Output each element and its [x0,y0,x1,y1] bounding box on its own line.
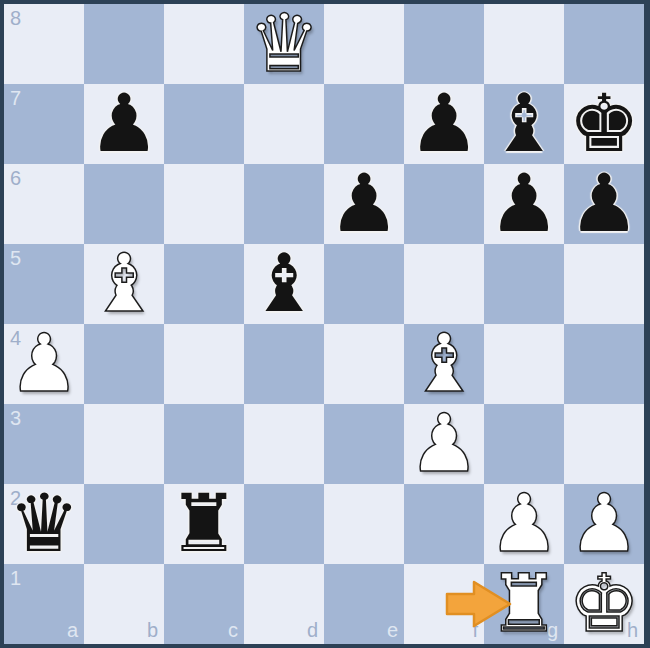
rank-label-8: 8 [10,7,21,30]
square-c3[interactable] [164,404,244,484]
file-label-a: a [67,619,78,642]
square-g7[interactable]: ♝ [484,84,564,164]
file-label-b: b [147,619,158,642]
rank-label-3: 3 [10,407,21,430]
square-b3[interactable] [84,404,164,484]
chessboard-frame: 8♛7♟♟♝♚6♟♟♟5♝♝4♟♝3♟2♛♜♟♟1abcdefg♜h♚ [0,0,650,648]
square-e2[interactable] [324,484,404,564]
square-f8[interactable] [404,4,484,84]
square-c7[interactable] [164,84,244,164]
file-label-d: d [307,619,318,642]
square-a2[interactable]: 2♛ [4,484,84,564]
square-d8[interactable]: ♛ [244,4,324,84]
square-a4[interactable]: 4♟ [4,324,84,404]
file-label-c: c [228,619,238,642]
black-bishop[interactable]: ♝ [484,84,564,164]
square-g3[interactable] [484,404,564,484]
square-e7[interactable] [324,84,404,164]
square-c5[interactable] [164,244,244,324]
square-h7[interactable]: ♚ [564,84,644,164]
rank-label-6: 6 [10,167,21,190]
square-e8[interactable] [324,4,404,84]
square-h2[interactable]: ♟ [564,484,644,564]
square-f4[interactable]: ♝ [404,324,484,404]
square-b1[interactable]: b [84,564,164,644]
square-g8[interactable] [484,4,564,84]
black-king[interactable]: ♚ [564,84,644,164]
file-label-e: e [387,619,398,642]
square-d1[interactable]: d [244,564,324,644]
rank-label-5: 5 [10,247,21,270]
square-d4[interactable] [244,324,324,404]
square-h4[interactable] [564,324,644,404]
square-f6[interactable] [404,164,484,244]
square-a5[interactable]: 5 [4,244,84,324]
square-d5[interactable]: ♝ [244,244,324,324]
black-bishop[interactable]: ♝ [244,244,324,324]
black-rook[interactable]: ♜ [164,484,244,564]
white-queen[interactable]: ♛ [244,4,324,84]
square-a7[interactable]: 7 [4,84,84,164]
black-queen[interactable]: ♛ [4,484,84,564]
square-a8[interactable]: 8 [4,4,84,84]
square-h8[interactable] [564,4,644,84]
square-c2[interactable]: ♜ [164,484,244,564]
square-e1[interactable]: e [324,564,404,644]
square-b6[interactable] [84,164,164,244]
square-b8[interactable] [84,4,164,84]
square-a3[interactable]: 3 [4,404,84,484]
square-d7[interactable] [244,84,324,164]
square-c8[interactable] [164,4,244,84]
white-pawn[interactable]: ♟ [564,484,644,564]
square-g4[interactable] [484,324,564,404]
square-a6[interactable]: 6 [4,164,84,244]
square-d6[interactable] [244,164,324,244]
square-e6[interactable]: ♟ [324,164,404,244]
square-b2[interactable] [84,484,164,564]
white-pawn[interactable]: ♟ [4,324,84,404]
square-c1[interactable]: c [164,564,244,644]
square-f7[interactable]: ♟ [404,84,484,164]
square-c4[interactable] [164,324,244,404]
square-h5[interactable] [564,244,644,324]
square-b5[interactable]: ♝ [84,244,164,324]
white-pawn[interactable]: ♟ [484,484,564,564]
white-rook[interactable]: ♜ [484,564,564,644]
white-king[interactable]: ♚ [564,564,644,644]
square-e5[interactable] [324,244,404,324]
square-e3[interactable] [324,404,404,484]
black-pawn[interactable]: ♟ [564,164,644,244]
black-pawn[interactable]: ♟ [84,84,164,164]
square-b7[interactable]: ♟ [84,84,164,164]
square-d2[interactable] [244,484,324,564]
black-pawn[interactable]: ♟ [484,164,564,244]
square-f2[interactable] [404,484,484,564]
white-pawn[interactable]: ♟ [404,404,484,484]
square-g6[interactable]: ♟ [484,164,564,244]
square-g1[interactable]: g♜ [484,564,564,644]
white-bishop[interactable]: ♝ [404,324,484,404]
rank-label-1: 1 [10,567,21,590]
square-f5[interactable] [404,244,484,324]
square-f1[interactable]: f [404,564,484,644]
black-pawn[interactable]: ♟ [404,84,484,164]
square-f3[interactable]: ♟ [404,404,484,484]
square-a1[interactable]: 1a [4,564,84,644]
square-b4[interactable] [84,324,164,404]
square-g2[interactable]: ♟ [484,484,564,564]
chessboard: 8♛7♟♟♝♚6♟♟♟5♝♝4♟♝3♟2♛♜♟♟1abcdefg♜h♚ [4,4,644,644]
file-label-f: f [472,619,478,642]
square-h3[interactable] [564,404,644,484]
square-e4[interactable] [324,324,404,404]
square-c6[interactable] [164,164,244,244]
square-h6[interactable]: ♟ [564,164,644,244]
black-pawn[interactable]: ♟ [324,164,404,244]
white-bishop[interactable]: ♝ [84,244,164,324]
square-h1[interactable]: h♚ [564,564,644,644]
rank-label-7: 7 [10,87,21,110]
square-g5[interactable] [484,244,564,324]
square-d3[interactable] [244,404,324,484]
